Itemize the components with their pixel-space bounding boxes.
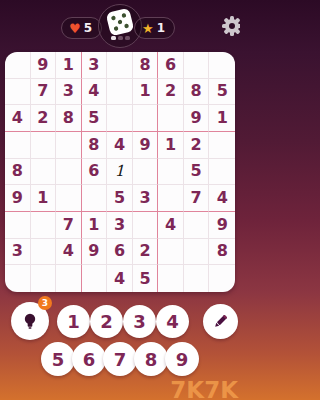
cell-r6c7[interactable] <box>158 185 184 212</box>
cell-r8c3[interactable]: 4 <box>56 239 82 266</box>
cell-r4c6[interactable]: 9 <box>133 132 159 159</box>
num-button-5[interactable]: 5 <box>41 342 75 376</box>
cell-r2c9[interactable]: 5 <box>209 79 235 106</box>
cell-r7c4[interactable]: 1 <box>82 212 108 239</box>
num-button-3[interactable]: 3 <box>123 305 156 338</box>
pencil-button[interactable] <box>203 304 238 339</box>
cell-r3c6[interactable] <box>133 105 159 132</box>
stars-pill: ★ 1 <box>134 17 175 39</box>
hint-count-badge: 3 <box>38 296 52 310</box>
cell-r2c1[interactable] <box>5 79 31 106</box>
cell-r9c4[interactable] <box>82 265 108 292</box>
cell-r1c6[interactable]: 8 <box>133 52 159 79</box>
cell-r5c4[interactable]: 6 <box>82 159 108 186</box>
cell-r1c7[interactable]: 6 <box>158 52 184 79</box>
cell-r7c7[interactable]: 4 <box>158 212 184 239</box>
cell-r1c3[interactable]: 1 <box>56 52 82 79</box>
heart-icon: ♥ <box>69 22 81 35</box>
num-button-8[interactable]: 8 <box>134 342 168 376</box>
num-button-1[interactable]: 1 <box>57 305 90 338</box>
cell-r3c9[interactable]: 1 <box>209 105 235 132</box>
cell-r7c3[interactable]: 7 <box>56 212 82 239</box>
cell-r9c9[interactable] <box>209 265 235 292</box>
cell-r4c2[interactable] <box>31 132 57 159</box>
cell-r3c4[interactable]: 5 <box>82 105 108 132</box>
cell-r7c5[interactable]: 3 <box>107 212 133 239</box>
cell-r6c1[interactable]: 9 <box>5 185 31 212</box>
num-button-9[interactable]: 9 <box>165 342 199 376</box>
cell-r5c7[interactable] <box>158 159 184 186</box>
cell-r5c9[interactable] <box>209 159 235 186</box>
cell-r2c5[interactable] <box>107 79 133 106</box>
cell-r9c8[interactable] <box>184 265 210 292</box>
num-button-6[interactable]: 6 <box>72 342 106 376</box>
cell-r2c6[interactable]: 1 <box>133 79 159 106</box>
cell-r1c9[interactable] <box>209 52 235 79</box>
cell-r2c2[interactable]: 7 <box>31 79 57 106</box>
cell-r8c5[interactable]: 6 <box>107 239 133 266</box>
cell-r1c2[interactable]: 9 <box>31 52 57 79</box>
cell-r4c3[interactable] <box>56 132 82 159</box>
cell-r9c7[interactable] <box>158 265 184 292</box>
cell-r3c5[interactable] <box>107 105 133 132</box>
cell-r8c4[interactable]: 9 <box>82 239 108 266</box>
cell-r4c4[interactable]: 8 <box>82 132 108 159</box>
lives-pill: ♥ 5 <box>61 17 102 39</box>
cell-r2c3[interactable]: 3 <box>56 79 82 106</box>
cell-r6c4[interactable] <box>82 185 108 212</box>
top-bar: ♥ 5 ★ 1 <box>0 0 240 52</box>
cell-r7c1[interactable] <box>5 212 31 239</box>
pencil-icon <box>211 312 230 331</box>
cell-r4c8[interactable]: 2 <box>184 132 210 159</box>
cell-r5c6[interactable] <box>133 159 159 186</box>
cell-r1c5[interactable] <box>107 52 133 79</box>
cell-r3c7[interactable] <box>158 105 184 132</box>
cell-r3c1[interactable]: 4 <box>5 105 31 132</box>
stars-count: 1 <box>157 21 165 35</box>
num-button-2[interactable]: 2 <box>90 305 123 338</box>
cell-r5c3[interactable] <box>56 159 82 186</box>
sudoku-board[interactable]: 9138673412854285918491286159153747134934… <box>5 52 235 292</box>
num-button-7[interactable]: 7 <box>103 342 137 376</box>
gear-icon <box>220 14 240 38</box>
cell-r7c6[interactable] <box>133 212 159 239</box>
cell-r5c8[interactable]: 5 <box>184 159 210 186</box>
cell-r4c5[interactable]: 4 <box>107 132 133 159</box>
number-row-2: 56789 <box>41 342 196 376</box>
cell-r6c9[interactable]: 4 <box>209 185 235 212</box>
cell-r8c8[interactable] <box>184 239 210 266</box>
settings-button[interactable] <box>220 14 240 38</box>
cell-r7c2[interactable] <box>31 212 57 239</box>
cell-r4c7[interactable]: 1 <box>158 132 184 159</box>
cell-r9c3[interactable] <box>56 265 82 292</box>
cell-r1c4[interactable]: 3 <box>82 52 108 79</box>
cell-r6c3[interactable] <box>56 185 82 212</box>
cell-r6c2[interactable]: 1 <box>31 185 57 212</box>
cell-r4c1[interactable] <box>5 132 31 159</box>
cell-r6c5[interactable]: 5 <box>107 185 133 212</box>
cell-r2c8[interactable]: 8 <box>184 79 210 106</box>
watermark: 7K7K <box>170 377 238 400</box>
cell-r9c5[interactable]: 4 <box>107 265 133 292</box>
cell-r6c6[interactable]: 3 <box>133 185 159 212</box>
cell-r7c9[interactable]: 9 <box>209 212 235 239</box>
cell-r3c8[interactable]: 9 <box>184 105 210 132</box>
cell-r1c1[interactable] <box>5 52 31 79</box>
cell-r9c2[interactable] <box>31 265 57 292</box>
star-icon: ★ <box>142 22 154 35</box>
lives-count: 5 <box>84 21 92 35</box>
cell-r4c9[interactable] <box>209 132 235 159</box>
cell-r9c1[interactable] <box>5 265 31 292</box>
cell-r2c4[interactable]: 4 <box>82 79 108 106</box>
cell-r1c8[interactable] <box>184 52 210 79</box>
cell-r8c9[interactable]: 8 <box>209 239 235 266</box>
cell-r2c7[interactable]: 2 <box>158 79 184 106</box>
cell-r9c6[interactable]: 5 <box>133 265 159 292</box>
cell-r3c3[interactable]: 8 <box>56 105 82 132</box>
cell-r7c8[interactable] <box>184 212 210 239</box>
num-button-4[interactable]: 4 <box>156 305 189 338</box>
cell-r8c1[interactable]: 3 <box>5 239 31 266</box>
cell-r8c6[interactable]: 2 <box>133 239 159 266</box>
lightbulb-icon <box>20 311 40 331</box>
cell-r5c5[interactable]: 1 <box>107 159 133 186</box>
cell-r8c7[interactable] <box>158 239 184 266</box>
cell-r3c2[interactable]: 2 <box>31 105 57 132</box>
number-row-1: 1234 <box>57 305 189 338</box>
cell-r5c2[interactable] <box>31 159 57 186</box>
cell-r5c1[interactable]: 8 <box>5 159 31 186</box>
cell-r8c2[interactable] <box>31 239 57 266</box>
cell-r6c8[interactable]: 7 <box>184 185 210 212</box>
dice-icon <box>104 6 136 38</box>
